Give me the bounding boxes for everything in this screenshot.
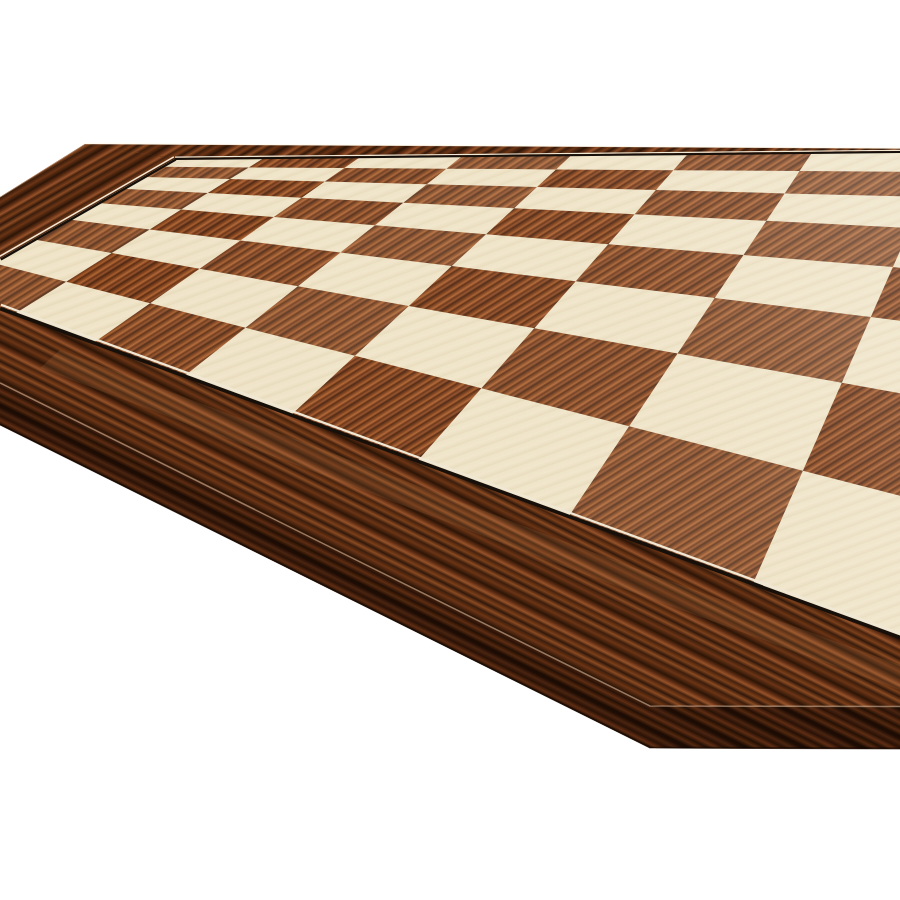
chess-board — [0, 0, 900, 900]
product-photo — [0, 0, 900, 900]
